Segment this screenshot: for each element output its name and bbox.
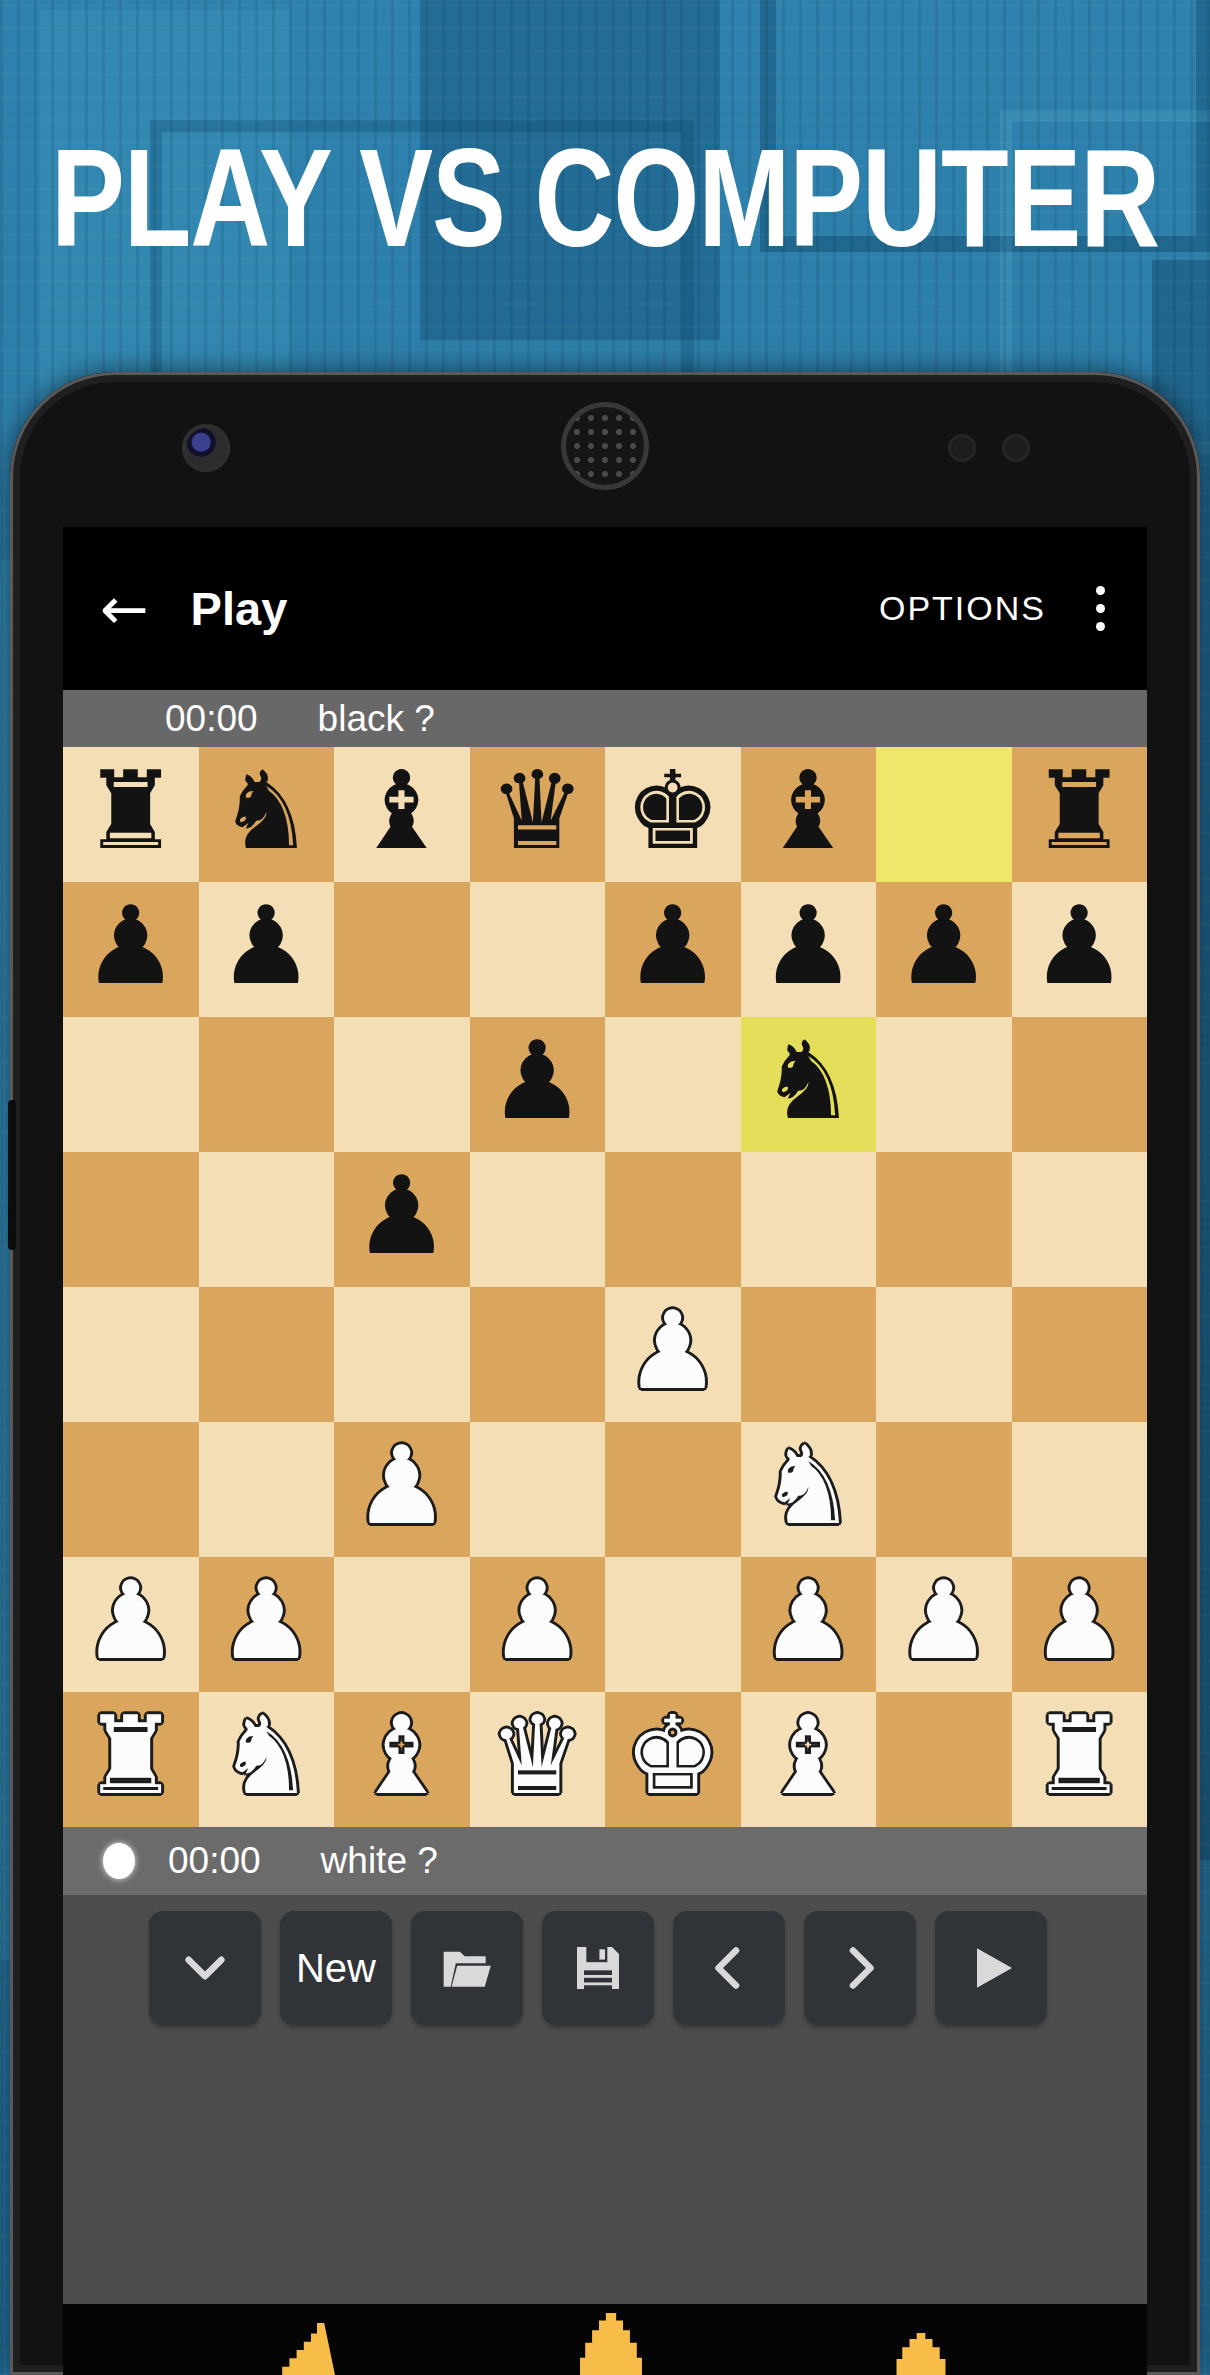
front-camera-icon xyxy=(182,424,230,472)
square-c6[interactable] xyxy=(334,1017,470,1152)
pixel-flame-icon xyxy=(885,2333,957,2375)
square-d7[interactable] xyxy=(470,882,606,1017)
play-icon xyxy=(963,1940,1019,1996)
square-d2[interactable]: ♟ xyxy=(470,1557,606,1692)
open-game-button[interactable] xyxy=(411,1911,523,2025)
square-g7[interactable]: ♟ xyxy=(876,882,1012,1017)
black-pawn: ♟ xyxy=(489,1027,586,1135)
square-g5[interactable] xyxy=(876,1152,1012,1287)
square-g3[interactable] xyxy=(876,1422,1012,1557)
banner-title: PLAY VS COMPUTER xyxy=(0,118,1210,278)
square-b7[interactable]: ♟ xyxy=(199,882,335,1017)
toolbar-button-row: New xyxy=(63,1895,1147,2025)
square-a8[interactable]: ♜ xyxy=(63,747,199,882)
square-d1[interactable]: ♛ xyxy=(470,1692,606,1827)
move-forward-button[interactable] xyxy=(804,1911,916,2025)
square-b1[interactable]: ♞ xyxy=(199,1692,335,1827)
black-bishop: ♝ xyxy=(353,757,450,865)
chevron-left-icon xyxy=(701,1940,757,1996)
phone-mockup: ← Play OPTIONS 00:00 black ? ♜♞♝♛♚♝♜♟♟♟♟… xyxy=(10,372,1200,2375)
square-a6[interactable] xyxy=(63,1017,199,1152)
white-bishop: ♝ xyxy=(353,1702,450,1810)
white-clock-time: 00:00 xyxy=(168,1840,261,1882)
square-a5[interactable] xyxy=(63,1152,199,1287)
white-pawn: ♟ xyxy=(895,1567,992,1675)
move-back-button[interactable] xyxy=(673,1911,785,2025)
white-pawn: ♟ xyxy=(624,1297,721,1405)
ambient-sensor-icon xyxy=(1002,434,1030,462)
square-f2[interactable]: ♟ xyxy=(741,1557,877,1692)
square-e6[interactable] xyxy=(605,1017,741,1152)
white-knight: ♞ xyxy=(218,1702,315,1810)
square-f6[interactable]: ♞ xyxy=(741,1017,877,1152)
square-e3[interactable] xyxy=(605,1422,741,1557)
square-d8[interactable]: ♛ xyxy=(470,747,606,882)
square-f5[interactable] xyxy=(741,1152,877,1287)
square-d5[interactable] xyxy=(470,1152,606,1287)
page-title: Play xyxy=(191,581,288,636)
floppy-save-icon xyxy=(570,1940,626,1996)
square-c5[interactable]: ♟ xyxy=(334,1152,470,1287)
square-d3[interactable] xyxy=(470,1422,606,1557)
back-arrow-icon[interactable]: ← xyxy=(100,580,149,638)
square-h8[interactable]: ♜ xyxy=(1012,747,1148,882)
square-a3[interactable] xyxy=(63,1422,199,1557)
square-h5[interactable] xyxy=(1012,1152,1148,1287)
black-clock-bar: 00:00 black ? xyxy=(63,690,1147,747)
black-pawn: ♟ xyxy=(218,892,315,1000)
square-e1[interactable]: ♚ xyxy=(605,1692,741,1827)
chevron-right-icon xyxy=(832,1940,888,1996)
square-a1[interactable]: ♜ xyxy=(63,1692,199,1827)
square-a4[interactable] xyxy=(63,1287,199,1422)
square-e7[interactable]: ♟ xyxy=(605,882,741,1017)
square-b3[interactable] xyxy=(199,1422,335,1557)
white-queen: ♛ xyxy=(489,1702,586,1810)
square-e4[interactable]: ♟ xyxy=(605,1287,741,1422)
black-knight: ♞ xyxy=(760,1027,857,1135)
new-game-button[interactable]: New xyxy=(280,1911,392,2025)
square-h6[interactable] xyxy=(1012,1017,1148,1152)
square-d6[interactable]: ♟ xyxy=(470,1017,606,1152)
square-g2[interactable]: ♟ xyxy=(876,1557,1012,1692)
square-b8[interactable]: ♞ xyxy=(199,747,335,882)
overflow-menu-icon[interactable] xyxy=(1096,586,1105,631)
black-pawn: ♟ xyxy=(760,892,857,1000)
square-g6[interactable] xyxy=(876,1017,1012,1152)
white-rook: ♜ xyxy=(1031,1702,1128,1810)
white-pawn: ♟ xyxy=(82,1567,179,1675)
white-to-move-indicator xyxy=(103,1843,135,1879)
black-bishop: ♝ xyxy=(760,757,857,865)
black-knight: ♞ xyxy=(218,757,315,865)
white-knight: ♞ xyxy=(760,1432,857,1540)
square-e8[interactable]: ♚ xyxy=(605,747,741,882)
square-b5[interactable] xyxy=(199,1152,335,1287)
chess-board: ♜♞♝♛♚♝♜♟♟♟♟♟♟♟♞♟♟♟♞♟♟♟♟♟♟♜♞♝♛♚♝♜ xyxy=(63,747,1147,1827)
white-bishop: ♝ xyxy=(760,1702,857,1810)
square-f8[interactable]: ♝ xyxy=(741,747,877,882)
white-pawn: ♟ xyxy=(760,1567,857,1675)
black-rook: ♜ xyxy=(1031,757,1128,865)
square-h7[interactable]: ♟ xyxy=(1012,882,1148,1017)
square-h2[interactable]: ♟ xyxy=(1012,1557,1148,1692)
square-g8[interactable] xyxy=(876,747,1012,882)
square-h1[interactable]: ♜ xyxy=(1012,1692,1148,1827)
square-g4[interactable] xyxy=(876,1287,1012,1422)
black-pawn: ♟ xyxy=(895,892,992,1000)
folder-open-icon xyxy=(439,1940,495,1996)
marketing-screenshot: PLAY VS COMPUTER ← Play OPTIONS 00:00 bl… xyxy=(0,0,1210,2375)
white-clock-bar: 00:00 white ? xyxy=(63,1827,1147,1895)
square-e2[interactable] xyxy=(605,1557,741,1692)
square-a7[interactable]: ♟ xyxy=(63,882,199,1017)
save-game-button[interactable] xyxy=(542,1911,654,2025)
black-player-label: black ? xyxy=(318,698,435,740)
pixel-flame-icon xyxy=(568,2313,654,2375)
black-queen: ♛ xyxy=(489,757,586,865)
black-pawn: ♟ xyxy=(82,892,179,1000)
square-c8[interactable]: ♝ xyxy=(334,747,470,882)
square-b6[interactable] xyxy=(199,1017,335,1152)
volume-button xyxy=(8,1100,16,1250)
expand-button[interactable] xyxy=(149,1911,261,2025)
white-pawn: ♟ xyxy=(489,1567,586,1675)
black-pawn: ♟ xyxy=(1031,892,1128,1000)
square-c4[interactable] xyxy=(334,1287,470,1422)
app-bar: ← Play OPTIONS xyxy=(63,527,1147,690)
square-c1[interactable]: ♝ xyxy=(334,1692,470,1827)
square-e5[interactable] xyxy=(605,1152,741,1287)
black-clock-time: 00:00 xyxy=(165,698,258,740)
next-section-strip xyxy=(63,2304,1147,2375)
autoplay-button[interactable] xyxy=(935,1911,1047,2025)
square-f1[interactable]: ♝ xyxy=(741,1692,877,1827)
square-b4[interactable] xyxy=(199,1287,335,1422)
square-f7[interactable]: ♟ xyxy=(741,882,877,1017)
black-king: ♚ xyxy=(624,757,721,865)
square-f3[interactable]: ♞ xyxy=(741,1422,877,1557)
white-pawn: ♟ xyxy=(353,1432,450,1540)
black-rook: ♜ xyxy=(82,757,179,865)
pixel-flame-icon xyxy=(275,2323,335,2375)
white-pawn: ♟ xyxy=(1031,1567,1128,1675)
app-screen: ← Play OPTIONS 00:00 black ? ♜♞♝♛♚♝♜♟♟♟♟… xyxy=(63,527,1147,2375)
chevron-down-icon xyxy=(177,1940,233,1996)
white-player-label: white ? xyxy=(321,1840,438,1882)
square-c2[interactable] xyxy=(334,1557,470,1692)
white-rook: ♜ xyxy=(82,1702,179,1810)
square-h4[interactable] xyxy=(1012,1287,1148,1422)
toolbar: New xyxy=(63,1895,1147,2304)
square-a2[interactable]: ♟ xyxy=(63,1557,199,1692)
square-c7[interactable] xyxy=(334,882,470,1017)
white-king: ♚ xyxy=(624,1702,721,1810)
square-b2[interactable]: ♟ xyxy=(199,1557,335,1692)
proximity-sensor-icon xyxy=(948,434,976,462)
square-g1[interactable] xyxy=(876,1692,1012,1827)
white-pawn: ♟ xyxy=(218,1567,315,1675)
speaker-grille-icon xyxy=(561,402,649,490)
square-c3[interactable]: ♟ xyxy=(334,1422,470,1557)
options-button[interactable]: OPTIONS xyxy=(879,589,1046,628)
square-f4[interactable] xyxy=(741,1287,877,1422)
black-pawn: ♟ xyxy=(624,892,721,1000)
square-d4[interactable] xyxy=(470,1287,606,1422)
square-h3[interactable] xyxy=(1012,1422,1148,1557)
black-pawn: ♟ xyxy=(353,1162,450,1270)
